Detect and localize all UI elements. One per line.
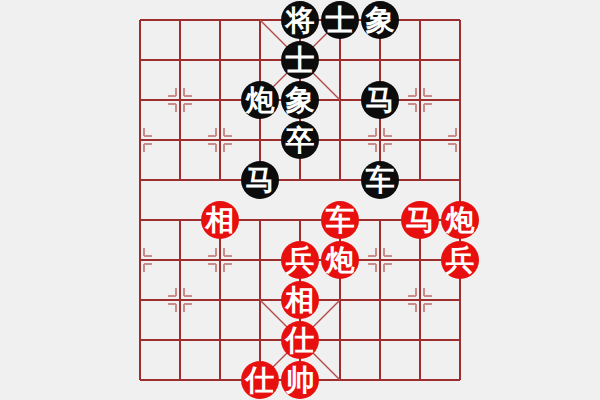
piece-red-cannon[interactable]: 炮 [441, 201, 479, 239]
piece-red-advisor[interactable]: 仕 [241, 361, 279, 399]
xiangqi-app: 将士象士炮象马卒马车相车马炮兵炮兵相仕仕帅 [0, 0, 600, 400]
piece-black-horse[interactable]: 马 [361, 81, 399, 119]
piece-red-general[interactable]: 帅 [281, 361, 319, 399]
piece-red-chariot[interactable]: 车 [321, 201, 359, 239]
piece-black-elephant[interactable]: 象 [281, 81, 319, 119]
piece-red-soldier[interactable]: 兵 [281, 241, 319, 279]
xiangqi-board[interactable]: 将士象士炮象马卒马车相车马炮兵炮兵相仕仕帅 [0, 0, 600, 400]
piece-red-advisor[interactable]: 仕 [281, 321, 319, 359]
piece-black-chariot[interactable]: 车 [361, 161, 399, 199]
piece-black-horse[interactable]: 马 [241, 161, 279, 199]
piece-red-elephant[interactable]: 相 [201, 201, 239, 239]
piece-black-soldier[interactable]: 卒 [281, 121, 319, 159]
piece-black-cannon[interactable]: 炮 [241, 81, 279, 119]
piece-black-general[interactable]: 将 [281, 1, 319, 39]
piece-red-cannon[interactable]: 炮 [321, 241, 359, 279]
piece-black-elephant[interactable]: 象 [361, 1, 399, 39]
piece-black-advisor[interactable]: 士 [321, 1, 359, 39]
pieces-layer: 将士象士炮象马卒马车相车马炮兵炮兵相仕仕帅 [120, 0, 480, 400]
piece-red-horse[interactable]: 马 [401, 201, 439, 239]
piece-red-soldier[interactable]: 兵 [441, 241, 479, 279]
piece-red-elephant[interactable]: 相 [281, 281, 319, 319]
piece-black-advisor[interactable]: 士 [281, 41, 319, 79]
